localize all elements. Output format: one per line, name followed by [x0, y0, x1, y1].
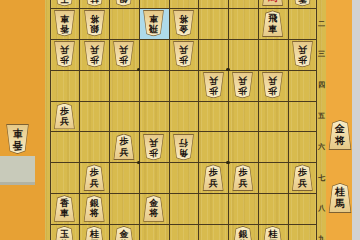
square-2-5[interactable] — [258, 101, 288, 132]
piece-kanji: 飛車 — [268, 13, 277, 34]
square-5-9[interactable] — [169, 224, 199, 240]
rank-label-4: 四 — [317, 81, 327, 89]
shogi-app: 王将桂馬銀将龍馬香車香車銀将飛車金将飛車歩兵歩兵歩兵歩兵歩兵歩兵歩兵歩兵歩兵歩兵… — [0, 0, 360, 240]
square-5-4[interactable] — [169, 70, 199, 101]
piece-kanji: 金将 — [119, 229, 128, 240]
piece-kanji: 歩兵 — [60, 44, 69, 65]
piece-gote-lance[interactable]: 香車 — [5, 124, 30, 154]
square-8-6[interactable] — [79, 131, 109, 162]
piece-kanji: 王将 — [60, 0, 69, 3]
square-7-7[interactable] — [109, 162, 139, 193]
square-6-4[interactable] — [139, 70, 169, 101]
piece-kanji: 桂馬 — [268, 229, 277, 240]
square-1-2[interactable] — [288, 8, 318, 39]
piece-kanji: 歩兵 — [119, 136, 128, 157]
piece-kanji: 歩兵 — [209, 167, 218, 188]
piece-kanji: 香車 — [12, 127, 22, 151]
piece-kanji: 金将 — [335, 123, 345, 147]
square-3-1[interactable] — [228, 0, 258, 8]
square-4-2[interactable] — [198, 8, 228, 39]
square-7-2[interactable] — [109, 8, 139, 39]
square-6-5[interactable] — [139, 101, 169, 132]
piece-kanji: 歩兵 — [238, 75, 247, 96]
square-1-9[interactable] — [288, 224, 318, 240]
piece-kanji: 歩兵 — [298, 44, 307, 65]
square-4-6[interactable] — [198, 131, 228, 162]
square-2-6[interactable] — [258, 131, 288, 162]
piece-kanji: 歩兵 — [298, 167, 307, 188]
square-5-5[interactable] — [169, 101, 199, 132]
rank-label-9: 九 — [317, 235, 327, 240]
square-4-9[interactable] — [198, 224, 228, 240]
piece-kanji: 桂馬 — [90, 229, 99, 240]
square-5-8[interactable] — [169, 193, 199, 224]
square-9-4[interactable] — [50, 70, 80, 101]
square-4-8[interactable] — [198, 193, 228, 224]
square-8-5[interactable] — [79, 101, 109, 132]
square-2-3[interactable] — [258, 39, 288, 70]
square-4-5[interactable] — [198, 101, 228, 132]
square-6-3[interactable] — [139, 39, 169, 70]
square-1-5[interactable] — [288, 101, 318, 132]
piece-kanji: 歩兵 — [238, 167, 247, 188]
square-2-7[interactable] — [258, 162, 288, 193]
rank-label-5: 五 — [317, 112, 327, 120]
square-1-4[interactable] — [288, 70, 318, 101]
hoshi-dot — [226, 161, 229, 164]
rank-label-8: 八 — [317, 204, 327, 212]
rank-label-7: 七 — [317, 174, 327, 182]
piece-kanji: 銀将 — [90, 13, 99, 34]
piece-kanji: 歩兵 — [119, 44, 128, 65]
square-5-7[interactable] — [169, 162, 199, 193]
piece-kanji: 歩兵 — [179, 44, 188, 65]
square-3-2[interactable] — [228, 8, 258, 39]
turn-indicator — [0, 156, 35, 185]
piece-kanji: 香車 — [60, 13, 69, 34]
piece-kanji: 歩兵 — [149, 136, 158, 157]
square-3-8[interactable] — [228, 193, 258, 224]
rank-label-2: 二 — [317, 20, 327, 28]
square-7-4[interactable] — [109, 70, 139, 101]
piece-kanji: 飛車 — [149, 13, 158, 34]
square-1-8[interactable] — [288, 193, 318, 224]
square-6-1[interactable] — [139, 0, 169, 8]
square-2-8[interactable] — [258, 193, 288, 224]
square-3-6[interactable] — [228, 131, 258, 162]
square-8-4[interactable] — [79, 70, 109, 101]
piece-sente-promoted-bishop[interactable]: 龍馬 — [261, 0, 284, 6]
piece-kanji: 銀将 — [238, 229, 247, 240]
piece-kanji: 歩兵 — [90, 44, 99, 65]
square-6-7[interactable] — [139, 162, 169, 193]
piece-kanji: 歩兵 — [90, 167, 99, 188]
square-4-3[interactable] — [198, 39, 228, 70]
piece-kanji: 金将 — [149, 198, 158, 219]
piece-kanji: 龍馬 — [268, 0, 277, 3]
rank-label-6: 六 — [317, 143, 327, 151]
square-9-6[interactable] — [50, 131, 80, 162]
rank-label-3: 三 — [317, 50, 327, 58]
piece-kanji: 香車 — [60, 198, 69, 219]
piece-kanji: 金将 — [179, 13, 188, 34]
piece-kanji: 銀将 — [90, 198, 99, 219]
square-3-5[interactable] — [228, 101, 258, 132]
square-4-1[interactable] — [198, 0, 228, 8]
piece-kanji: 歩兵 — [268, 75, 277, 96]
square-3-3[interactable] — [228, 39, 258, 70]
square-9-7[interactable] — [50, 162, 80, 193]
piece-kanji: 桂馬 — [90, 0, 99, 3]
piece-kanji: 歩兵 — [60, 106, 69, 127]
piece-kanji: 銀将 — [119, 0, 128, 3]
piece-kanji: 角行 — [179, 136, 188, 157]
square-6-9[interactable] — [139, 224, 169, 240]
piece-kanji: 桂馬 — [335, 186, 345, 210]
square-5-1[interactable] — [169, 0, 199, 8]
square-1-6[interactable] — [288, 131, 318, 162]
piece-kanji: 香車 — [298, 0, 307, 3]
piece-kanji: 玉将 — [60, 229, 69, 240]
square-7-8[interactable] — [109, 193, 139, 224]
window-edge-strip — [352, 0, 360, 240]
piece-kanji: 歩兵 — [209, 75, 218, 96]
square-7-5[interactable] — [109, 101, 139, 132]
